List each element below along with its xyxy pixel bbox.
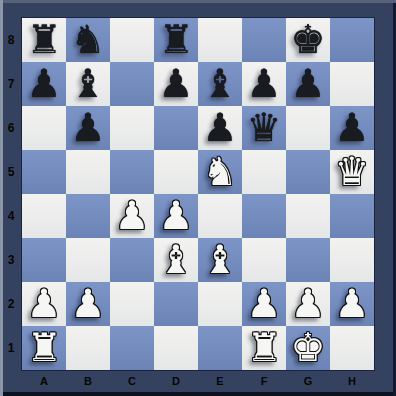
square-g6[interactable] [286,106,330,150]
square-c5[interactable] [110,150,154,194]
square-a7[interactable]: ♟ [22,62,66,106]
square-c3[interactable] [110,238,154,282]
square-a5[interactable] [22,150,66,194]
piece-black-pawn[interactable]: ♟ [247,62,282,106]
piece-white-pawn[interactable]: ♟ [159,194,194,238]
square-d5[interactable] [154,150,198,194]
piece-white-pawn[interactable]: ♟ [71,282,106,326]
piece-white-bishop[interactable]: ♝ [159,238,194,282]
piece-black-pawn[interactable]: ♟ [291,62,326,106]
square-e7[interactable]: ♝ [198,62,242,106]
piece-white-rook[interactable]: ♜ [27,326,62,370]
square-b7[interactable]: ♝ [66,62,110,106]
piece-white-pawn[interactable]: ♟ [247,282,282,326]
square-d2[interactable] [154,282,198,326]
square-g2[interactable]: ♟ [286,282,330,326]
square-c7[interactable] [110,62,154,106]
rank-label-5: 5 [0,150,22,194]
file-label-e: E [198,372,242,392]
square-b6[interactable]: ♟ [66,106,110,150]
rank-label-4: 4 [0,194,22,238]
square-b5[interactable] [66,150,110,194]
square-f2[interactable]: ♟ [242,282,286,326]
square-h2[interactable]: ♟ [330,282,374,326]
file-label-d: D [154,372,198,392]
piece-black-rook[interactable]: ♜ [27,18,62,62]
square-g1[interactable]: ♚ [286,326,330,370]
square-e3[interactable]: ♝ [198,238,242,282]
square-f4[interactable] [242,194,286,238]
square-e2[interactable] [198,282,242,326]
rank-label-1: 1 [0,326,22,370]
square-f8[interactable] [242,18,286,62]
piece-black-pawn[interactable]: ♟ [203,106,238,150]
file-labels: ABCDEFGH [22,372,374,392]
square-h6[interactable]: ♟ [330,106,374,150]
square-b1[interactable] [66,326,110,370]
square-h3[interactable] [330,238,374,282]
square-e8[interactable] [198,18,242,62]
piece-white-queen[interactable]: ♛ [335,150,370,194]
rank-label-3: 3 [0,238,22,282]
piece-white-pawn[interactable]: ♟ [27,282,62,326]
square-e6[interactable]: ♟ [198,106,242,150]
rank-label-2: 2 [0,282,22,326]
square-d7[interactable]: ♟ [154,62,198,106]
square-f5[interactable] [242,150,286,194]
square-b2[interactable]: ♟ [66,282,110,326]
chess-board-frame: 87654321 ♜♞♜♚♟♝♟♝♟♟♟♟♛♟♞♛♟♟♝♝♟♟♟♟♟♜♜♚ AB… [0,0,396,396]
piece-black-bishop[interactable]: ♝ [203,62,238,106]
square-e1[interactable] [198,326,242,370]
file-label-h: H [330,372,374,392]
piece-white-pawn[interactable]: ♟ [291,282,326,326]
piece-white-bishop[interactable]: ♝ [203,238,238,282]
square-b4[interactable] [66,194,110,238]
piece-black-queen[interactable]: ♛ [247,106,282,150]
piece-black-king[interactable]: ♚ [291,18,326,62]
square-h1[interactable] [330,326,374,370]
square-a4[interactable] [22,194,66,238]
square-c2[interactable] [110,282,154,326]
square-h5[interactable]: ♛ [330,150,374,194]
square-g5[interactable] [286,150,330,194]
piece-black-rook[interactable]: ♜ [159,18,194,62]
piece-white-pawn[interactable]: ♟ [335,282,370,326]
file-label-g: G [286,372,330,392]
square-h4[interactable] [330,194,374,238]
square-h7[interactable] [330,62,374,106]
piece-white-king[interactable]: ♚ [291,326,326,370]
square-f3[interactable] [242,238,286,282]
square-f7[interactable]: ♟ [242,62,286,106]
square-g3[interactable] [286,238,330,282]
square-g7[interactable]: ♟ [286,62,330,106]
square-g8[interactable]: ♚ [286,18,330,62]
file-label-b: B [66,372,110,392]
piece-black-pawn[interactable]: ♟ [71,106,106,150]
square-e4[interactable] [198,194,242,238]
square-d3[interactable]: ♝ [154,238,198,282]
piece-white-pawn[interactable]: ♟ [115,194,150,238]
file-label-a: A [22,372,66,392]
piece-black-bishop[interactable]: ♝ [71,62,106,106]
square-h8[interactable] [330,18,374,62]
square-b3[interactable] [66,238,110,282]
rank-label-7: 7 [0,62,22,106]
rank-label-6: 6 [0,106,22,150]
piece-black-pawn[interactable]: ♟ [159,62,194,106]
square-c1[interactable] [110,326,154,370]
square-f6[interactable]: ♛ [242,106,286,150]
square-g4[interactable] [286,194,330,238]
piece-black-pawn[interactable]: ♟ [27,62,62,106]
square-a8[interactable]: ♜ [22,18,66,62]
square-d4[interactable]: ♟ [154,194,198,238]
chess-board[interactable]: ♜♞♜♚♟♝♟♝♟♟♟♟♛♟♞♛♟♟♝♝♟♟♟♟♟♜♜♚ [22,18,374,370]
square-c6[interactable] [110,106,154,150]
square-c4[interactable]: ♟ [110,194,154,238]
file-label-c: C [110,372,154,392]
rank-labels: 87654321 [0,18,22,370]
square-b8[interactable]: ♞ [66,18,110,62]
square-f1[interactable]: ♜ [242,326,286,370]
square-c8[interactable] [110,18,154,62]
piece-black-pawn[interactable]: ♟ [335,106,370,150]
file-label-f: F [242,372,286,392]
piece-white-rook[interactable]: ♜ [247,326,282,370]
piece-white-knight[interactable]: ♞ [203,150,238,194]
square-d8[interactable]: ♜ [154,18,198,62]
square-a6[interactable] [22,106,66,150]
square-a2[interactable]: ♟ [22,282,66,326]
square-a1[interactable]: ♜ [22,326,66,370]
rank-label-8: 8 [0,18,22,62]
square-e5[interactable]: ♞ [198,150,242,194]
square-d1[interactable] [154,326,198,370]
piece-black-knight[interactable]: ♞ [71,18,106,62]
square-d6[interactable] [154,106,198,150]
square-a3[interactable] [22,238,66,282]
